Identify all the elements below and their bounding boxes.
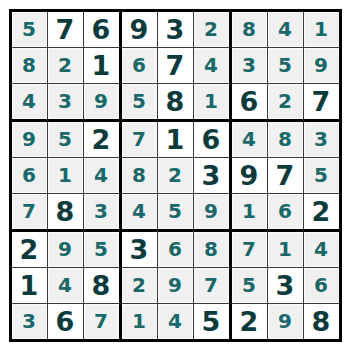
sudoku-cell[interactable]: 1 [194, 84, 232, 122]
sudoku-cell[interactable]: 1 [268, 232, 304, 268]
sudoku-cell-given[interactable]: 8 [304, 304, 339, 339]
sudoku-cell[interactable]: 5 [232, 268, 268, 304]
sudoku-cell[interactable]: 8 [268, 122, 304, 158]
sudoku-cell[interactable]: 9 [12, 122, 48, 158]
sudoku-cell[interactable]: 4 [84, 158, 122, 194]
sudoku-cell-given[interactable]: 6 [84, 12, 122, 48]
sudoku-cell[interactable]: 6 [304, 268, 339, 304]
sudoku-cell[interactable]: 2 [268, 84, 304, 122]
sudoku-cell[interactable]: 9 [304, 48, 339, 84]
sudoku-cell[interactable]: 8 [232, 12, 268, 48]
sudoku-cell-given[interactable]: 2 [232, 304, 268, 339]
sudoku-cell[interactable]: 4 [48, 268, 84, 304]
sudoku-cell[interactable]: 3 [84, 194, 122, 232]
sudoku-cell[interactable]: 8 [122, 158, 158, 194]
sudoku-cell-given[interactable]: 7 [268, 158, 304, 194]
sudoku-cell-given[interactable]: 9 [122, 12, 158, 48]
sudoku-cell[interactable]: 1 [304, 12, 339, 48]
sudoku-cell[interactable]: 6 [158, 232, 194, 268]
sudoku-cell[interactable]: 4 [304, 232, 339, 268]
sudoku-cell-given[interactable]: 2 [84, 122, 122, 158]
sudoku-cell[interactable]: 3 [232, 48, 268, 84]
sudoku-cell-given[interactable]: 7 [304, 84, 339, 122]
sudoku-cell[interactable]: 2 [158, 158, 194, 194]
sudoku-cell-given[interactable]: 8 [84, 268, 122, 304]
sudoku-cell-given[interactable]: 6 [232, 84, 268, 122]
sudoku-cell[interactable]: 7 [12, 194, 48, 232]
sudoku-cell[interactable]: 8 [194, 232, 232, 268]
sudoku-cell[interactable]: 5 [84, 232, 122, 268]
sudoku-cell[interactable]: 4 [12, 84, 48, 122]
sudoku-cell[interactable]: 9 [194, 194, 232, 232]
sudoku-cell[interactable]: 5 [304, 158, 339, 194]
sudoku-board: 5769328418216743594395816279527164836148… [9, 9, 342, 342]
page: 5769328418216743594395816279527164836148… [0, 0, 350, 350]
sudoku-cell[interactable]: 7 [194, 268, 232, 304]
sudoku-cell[interactable]: 9 [158, 268, 194, 304]
sudoku-cell[interactable]: 3 [48, 84, 84, 122]
sudoku-cell[interactable]: 8 [12, 48, 48, 84]
sudoku-cell-given[interactable]: 2 [304, 194, 339, 232]
sudoku-cell-given[interactable]: 6 [48, 304, 84, 339]
sudoku-cell[interactable]: 5 [122, 84, 158, 122]
sudoku-cell[interactable]: 6 [268, 194, 304, 232]
sudoku-cell[interactable]: 5 [48, 122, 84, 158]
sudoku-cell[interactable]: 7 [84, 304, 122, 339]
sudoku-cell[interactable]: 9 [268, 304, 304, 339]
sudoku-cell[interactable]: 4 [232, 122, 268, 158]
sudoku-cell[interactable]: 7 [232, 232, 268, 268]
sudoku-cell[interactable]: 2 [194, 12, 232, 48]
sudoku-cell-given[interactable]: 3 [122, 232, 158, 268]
sudoku-cell-given[interactable]: 9 [232, 158, 268, 194]
sudoku-cell[interactable]: 6 [12, 158, 48, 194]
sudoku-cell[interactable]: 2 [48, 48, 84, 84]
sudoku-cell-given[interactable]: 5 [194, 304, 232, 339]
sudoku-cell[interactable]: 4 [158, 304, 194, 339]
sudoku-cell-given[interactable]: 1 [158, 122, 194, 158]
sudoku-cell-given[interactable]: 3 [268, 268, 304, 304]
sudoku-cell[interactable]: 9 [84, 84, 122, 122]
sudoku-cell[interactable]: 7 [122, 122, 158, 158]
sudoku-cell[interactable]: 1 [122, 304, 158, 339]
sudoku-cell-given[interactable]: 2 [12, 232, 48, 268]
sudoku-cell-given[interactable]: 7 [48, 12, 84, 48]
sudoku-cell[interactable]: 1 [232, 194, 268, 232]
sudoku-cell-given[interactable]: 6 [194, 122, 232, 158]
sudoku-cell-given[interactable]: 3 [158, 12, 194, 48]
sudoku-cell[interactable]: 5 [158, 194, 194, 232]
sudoku-cell[interactable]: 6 [122, 48, 158, 84]
sudoku-cell-given[interactable]: 7 [158, 48, 194, 84]
sudoku-cell[interactable]: 3 [304, 122, 339, 158]
sudoku-cell[interactable]: 4 [194, 48, 232, 84]
sudoku-cell-given[interactable]: 1 [84, 48, 122, 84]
sudoku-cell-given[interactable]: 3 [194, 158, 232, 194]
sudoku-cell[interactable]: 5 [12, 12, 48, 48]
sudoku-cell[interactable]: 9 [48, 232, 84, 268]
sudoku-cell[interactable]: 2 [122, 268, 158, 304]
sudoku-cell[interactable]: 1 [48, 158, 84, 194]
sudoku-cell-given[interactable]: 1 [12, 268, 48, 304]
sudoku-cell[interactable]: 4 [122, 194, 158, 232]
sudoku-cell[interactable]: 4 [268, 12, 304, 48]
sudoku-cell[interactable]: 3 [12, 304, 48, 339]
sudoku-cell[interactable]: 5 [268, 48, 304, 84]
sudoku-cell-given[interactable]: 8 [48, 194, 84, 232]
sudoku-cell-given[interactable]: 8 [158, 84, 194, 122]
